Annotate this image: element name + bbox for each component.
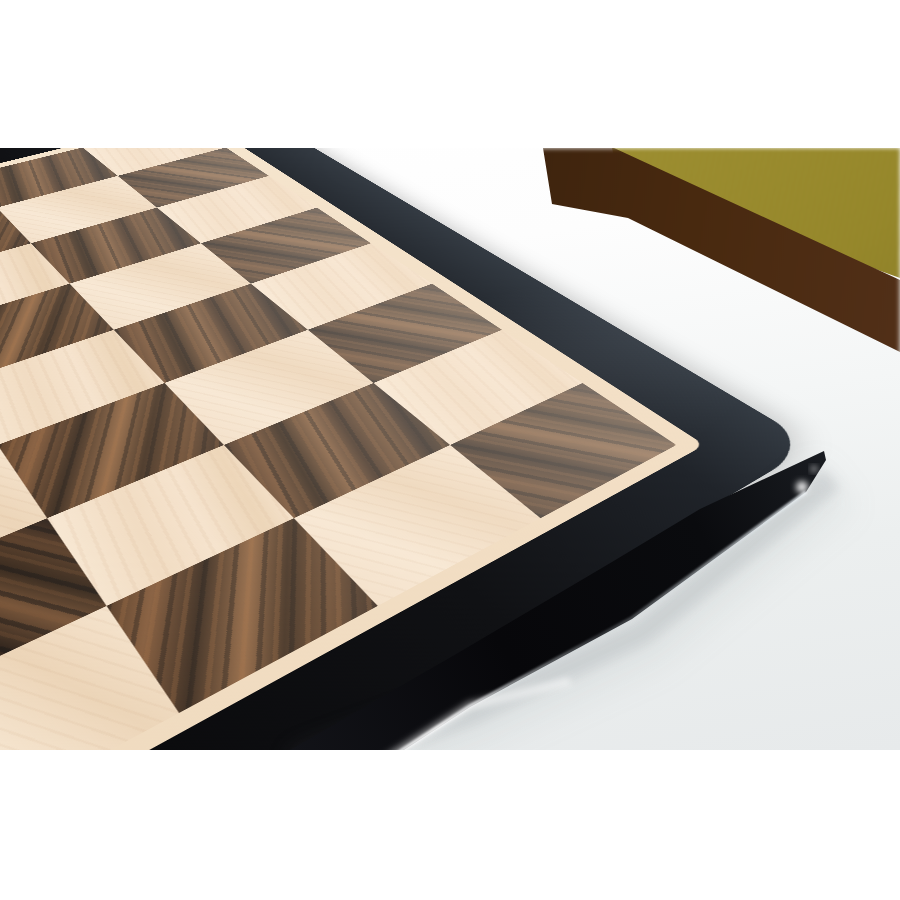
letterbox-bottom — [0, 750, 900, 900]
photo-area — [0, 148, 900, 750]
letterbox-top — [0, 0, 900, 148]
product-photo — [0, 0, 900, 900]
